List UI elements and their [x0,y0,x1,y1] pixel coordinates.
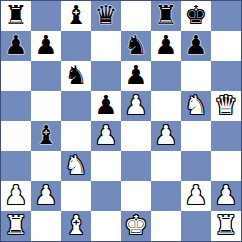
square-b5[interactable] [31,91,61,121]
square-d2[interactable] [91,181,121,211]
square-c1[interactable]: ♝ [61,211,91,241]
square-e5[interactable]: ♟ [121,91,151,121]
square-h7[interactable] [211,31,241,61]
square-g6[interactable] [181,61,211,91]
square-h8[interactable] [211,1,241,31]
piece-white-pawn: ♟ [214,182,237,208]
piece-black-pawn: ♟ [4,32,27,58]
square-a6[interactable] [1,61,31,91]
piece-white-pawn: ♟ [184,182,207,208]
piece-white-knight: ♞ [64,152,87,178]
square-g3[interactable] [181,151,211,181]
piece-black-pawn: ♟ [124,62,147,88]
piece-black-bishop: ♝ [34,122,57,148]
square-e2[interactable] [121,181,151,211]
square-a7[interactable]: ♟ [1,31,31,61]
square-c2[interactable] [61,181,91,211]
piece-black-queen: ♛ [94,2,117,28]
piece-black-king: ♚ [184,2,207,28]
square-c6[interactable]: ♞ [61,61,91,91]
square-f7[interactable]: ♟ [151,31,181,61]
square-h3[interactable] [211,151,241,181]
square-f6[interactable] [151,61,181,91]
square-f8[interactable]: ♜ [151,1,181,31]
square-a2[interactable]: ♟ [1,181,31,211]
square-h1[interactable]: ♜ [211,211,241,241]
chess-board: ♜♝♛♜♚♟♟♞♟♟♞♟♟♟♞♛♝♟♟♞♟♟♟♟♜♝♚♜ [0,0,242,242]
piece-white-pawn: ♟ [94,122,117,148]
square-b1[interactable] [31,211,61,241]
square-g1[interactable] [181,211,211,241]
square-e3[interactable] [121,151,151,181]
square-c5[interactable] [61,91,91,121]
piece-white-rook: ♜ [4,212,27,238]
piece-black-knight: ♞ [64,62,87,88]
piece-black-pawn: ♟ [154,32,177,58]
square-g4[interactable] [181,121,211,151]
square-b8[interactable] [31,1,61,31]
square-a3[interactable] [1,151,31,181]
square-d8[interactable]: ♛ [91,1,121,31]
square-a8[interactable]: ♜ [1,1,31,31]
square-f1[interactable] [151,211,181,241]
piece-white-pawn: ♟ [4,182,27,208]
square-f5[interactable] [151,91,181,121]
piece-white-queen: ♛ [214,92,237,118]
square-a1[interactable]: ♜ [1,211,31,241]
square-g5[interactable]: ♞ [181,91,211,121]
square-e6[interactable]: ♟ [121,61,151,91]
square-a5[interactable] [1,91,31,121]
square-b2[interactable]: ♟ [31,181,61,211]
square-c3[interactable]: ♞ [61,151,91,181]
piece-white-pawn: ♟ [124,92,147,118]
square-h2[interactable]: ♟ [211,181,241,211]
square-h5[interactable]: ♛ [211,91,241,121]
piece-black-pawn: ♟ [184,32,207,58]
piece-black-pawn: ♟ [34,32,57,58]
square-h4[interactable] [211,121,241,151]
square-d7[interactable] [91,31,121,61]
square-b3[interactable] [31,151,61,181]
square-g2[interactable]: ♟ [181,181,211,211]
square-e7[interactable]: ♞ [121,31,151,61]
square-d1[interactable] [91,211,121,241]
square-a4[interactable] [1,121,31,151]
square-e1[interactable]: ♚ [121,211,151,241]
piece-white-pawn: ♟ [34,182,57,208]
square-h6[interactable] [211,61,241,91]
square-g8[interactable]: ♚ [181,1,211,31]
square-d4[interactable]: ♟ [91,121,121,151]
square-d5[interactable]: ♟ [91,91,121,121]
piece-black-rook: ♜ [154,2,177,28]
piece-black-bishop: ♝ [64,2,87,28]
square-b6[interactable] [31,61,61,91]
piece-white-bishop: ♝ [64,212,87,238]
piece-white-pawn: ♟ [154,122,177,148]
piece-black-pawn: ♟ [94,92,117,118]
square-e4[interactable] [121,121,151,151]
square-g7[interactable]: ♟ [181,31,211,61]
square-b7[interactable]: ♟ [31,31,61,61]
square-e8[interactable] [121,1,151,31]
piece-white-king: ♚ [124,212,147,238]
square-d6[interactable] [91,61,121,91]
piece-black-knight: ♞ [124,32,147,58]
square-f2[interactable] [151,181,181,211]
square-f4[interactable]: ♟ [151,121,181,151]
square-c8[interactable]: ♝ [61,1,91,31]
square-c7[interactable] [61,31,91,61]
square-b4[interactable]: ♝ [31,121,61,151]
piece-white-knight: ♞ [184,92,207,118]
piece-white-rook: ♜ [214,212,237,238]
square-d3[interactable] [91,151,121,181]
square-f3[interactable] [151,151,181,181]
piece-black-rook: ♜ [4,2,27,28]
square-c4[interactable] [61,121,91,151]
